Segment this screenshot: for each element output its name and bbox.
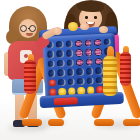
right-player-hand [99,26,108,33]
empty-hole [94,38,102,46]
c4-cell-r4c2 [57,68,66,77]
empty-hole [76,68,84,76]
right-player-eye [85,16,88,19]
empty-hole [56,50,64,58]
c4-cell-r5c4 [76,77,85,86]
empty-hole [47,60,55,68]
empty-hole [75,39,83,47]
release-slider [54,97,78,105]
c4-cell-r3c6 [94,57,103,66]
spare-stack-yellow-right [103,56,117,96]
c4-cell-r5c3 [67,77,76,86]
empty-hole [67,68,75,76]
empty-hole [67,78,75,86]
right-player-bangs [77,1,104,12]
left-player-hand-on-board [53,27,62,35]
empty-hole [85,48,93,56]
c4-cell-r3c1 [47,59,56,68]
pending-yellow-disc [68,22,78,31]
c4-cell-r1c7 [103,37,112,46]
c4-cell-r3c3 [66,58,75,67]
left-player-glasses-lens [20,25,27,32]
empty-hole [66,59,74,67]
photo-scene [0,0,140,140]
c4-cell-r4c4 [76,67,85,76]
c4-cell-r3c5 [85,57,94,66]
c4-cell-r2c4 [75,48,84,57]
c4-cell-r4c3 [66,68,75,77]
empty-hole [57,59,65,67]
left-player-glasses-bridge [28,28,30,29]
empty-hole [48,69,56,77]
empty-hole [86,77,94,85]
empty-hole [94,48,102,56]
empty-hole [57,69,65,77]
empty-hole [76,58,84,66]
empty-hole [84,39,92,47]
empty-hole [85,58,93,66]
c4-cell-r4c5 [85,67,94,76]
empty-hole [95,57,103,65]
c4-cell-r2c1 [46,50,55,59]
c4-cell-r1c4 [74,39,83,48]
empty-hole [47,50,55,58]
empty-hole [56,40,64,48]
c4-cell-r2c3 [65,49,74,58]
empty-hole [66,49,74,57]
c4-cell-r2c2 [56,49,65,58]
c4-cell-r5c2 [57,78,66,87]
c4-cell-r2c6 [94,47,103,56]
c4-cell-r1c3 [65,39,74,48]
c4-cell-r4c1 [47,69,56,78]
spare-stack-red-right [120,52,131,86]
empty-hole [77,77,85,85]
c4-cell-r3c2 [56,59,65,68]
c4-cell-r3c4 [75,58,84,67]
c4-cell-r1c2 [55,40,64,49]
left-player-glasses-lens [29,25,36,32]
empty-hole [103,38,111,46]
c4-cell-r1c6 [93,38,102,47]
empty-hole [75,49,83,57]
empty-hole [58,78,66,86]
right-player-eye [94,16,97,19]
c4-cell-r5c1 [48,78,57,87]
right-player-hand [80,23,89,30]
empty-hole [65,40,73,48]
c4-cell-r1c5 [84,38,93,47]
c4-cell-r5c5 [86,76,95,85]
spare-stack-red-left [24,60,36,94]
c4-cell-r2c5 [84,48,93,57]
red-disc [48,79,56,87]
empty-hole [86,67,94,75]
